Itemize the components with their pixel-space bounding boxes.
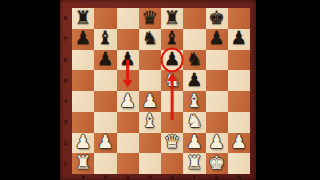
piece-white-pawn-a2: ♟: [75, 133, 92, 152]
square-d1[interactable]: [139, 153, 161, 174]
square-e2[interactable]: ♛: [161, 133, 183, 154]
square-e1[interactable]: [161, 153, 183, 174]
piece-white-pawn-d4: ♟: [142, 92, 159, 111]
file-label-f: f: [183, 174, 205, 180]
square-h4[interactable]: [228, 91, 250, 112]
piece-black-pawn-b6: ♟: [97, 50, 114, 69]
square-g3[interactable]: [206, 112, 228, 133]
square-g2[interactable]: ♟: [206, 133, 228, 154]
square-d6[interactable]: [139, 50, 161, 71]
square-a6[interactable]: [72, 50, 94, 71]
square-e7[interactable]: ♝: [161, 29, 183, 50]
rank-label-7: 7: [60, 36, 71, 42]
square-b4[interactable]: [94, 91, 116, 112]
square-d5[interactable]: [139, 70, 161, 91]
square-g6[interactable]: [206, 50, 228, 71]
piece-black-pawn-e6: ♟: [164, 50, 181, 69]
file-label-h: h: [228, 174, 250, 180]
square-c7[interactable]: [117, 29, 139, 50]
square-h7[interactable]: ♟: [228, 29, 250, 50]
piece-black-bishop-b7: ♝: [97, 29, 114, 48]
square-a2[interactable]: ♟: [72, 133, 94, 154]
rank-label-6: 6: [60, 57, 71, 63]
square-c8[interactable]: [117, 8, 139, 29]
piece-black-bishop-e7: ♝: [164, 29, 181, 48]
square-f3[interactable]: ♞: [183, 112, 205, 133]
piece-black-knight-d7: ♞: [142, 29, 159, 48]
square-h5[interactable]: [228, 70, 250, 91]
letterbox-left: [0, 0, 60, 180]
square-b8[interactable]: [94, 8, 116, 29]
file-label-e: e: [161, 174, 183, 180]
square-g1[interactable]: ♚: [206, 153, 228, 174]
piece-white-pawn-f2: ♟: [186, 133, 203, 152]
square-c3[interactable]: [117, 112, 139, 133]
square-a1[interactable]: ♜: [72, 153, 94, 174]
square-e4[interactable]: [161, 91, 183, 112]
square-h6[interactable]: [228, 50, 250, 71]
square-b3[interactable]: [94, 112, 116, 133]
square-f5[interactable]: ♟: [183, 70, 205, 91]
rank-label-4: 4: [60, 98, 71, 104]
piece-black-knight-f6: ♞: [186, 50, 203, 69]
square-d4[interactable]: ♟: [139, 91, 161, 112]
piece-black-pawn-g7: ♟: [208, 29, 225, 48]
square-f7[interactable]: [183, 29, 205, 50]
square-c4[interactable]: ♟: [117, 91, 139, 112]
piece-white-bishop-d3: ♝: [142, 112, 159, 131]
square-d3[interactable]: ♝: [139, 112, 161, 133]
square-d2[interactable]: [139, 133, 161, 154]
square-h8[interactable]: [228, 8, 250, 29]
square-h3[interactable]: [228, 112, 250, 133]
square-b6[interactable]: ♟: [94, 50, 116, 71]
piece-white-pawn-h2: ♟: [231, 133, 248, 152]
square-b2[interactable]: ♟: [94, 133, 116, 154]
square-c5[interactable]: [117, 70, 139, 91]
file-label-g: g: [206, 174, 228, 180]
square-b5[interactable]: [94, 70, 116, 91]
square-g7[interactable]: ♟: [206, 29, 228, 50]
rank-label-2: 2: [60, 140, 71, 146]
square-c2[interactable]: [117, 133, 139, 154]
square-g5[interactable]: [206, 70, 228, 91]
square-a3[interactable]: [72, 112, 94, 133]
square-f6[interactable]: ♞: [183, 50, 205, 71]
square-b7[interactable]: ♝: [94, 29, 116, 50]
piece-white-knight-f3: ♞: [186, 112, 203, 131]
piece-black-king-g8: ♚: [208, 9, 225, 28]
piece-white-pawn-b2: ♟: [97, 133, 114, 152]
square-c6[interactable]: ♟: [117, 50, 139, 71]
file-label-a: a: [72, 174, 94, 180]
piece-white-pawn-c4: ♟: [119, 92, 136, 111]
square-a7[interactable]: ♟: [72, 29, 94, 50]
square-h2[interactable]: ♟: [228, 133, 250, 154]
piece-white-king-g1: ♚: [208, 154, 225, 173]
board-grid: ♜♛♜♚♟♝♞♝♟♟♟♟♟♞♞♟♟♟♝♝♞♟♟♛♟♟♟♜♜♚: [72, 8, 250, 174]
square-g8[interactable]: ♚: [206, 8, 228, 29]
square-d8[interactable]: ♛: [139, 8, 161, 29]
piece-black-queen-d8: ♛: [142, 9, 159, 28]
square-e5[interactable]: ♞: [161, 70, 183, 91]
square-b1[interactable]: [94, 153, 116, 174]
square-f8[interactable]: [183, 8, 205, 29]
chessboard: ♜♛♜♚♟♝♞♝♟♟♟♟♟♞♞♟♟♟♝♝♞♟♟♛♟♟♟♜♜♚ 87654321a…: [60, 0, 256, 180]
square-d7[interactable]: ♞: [139, 29, 161, 50]
piece-black-pawn-h7: ♟: [231, 29, 248, 48]
piece-white-rook-f1: ♜: [186, 154, 203, 173]
square-c1[interactable]: [117, 153, 139, 174]
square-e8[interactable]: ♜: [161, 8, 183, 29]
file-label-d: d: [139, 174, 161, 180]
letterbox-right: [256, 0, 320, 180]
piece-white-knight-e5: ♞: [164, 71, 181, 90]
square-g4[interactable]: [206, 91, 228, 112]
piece-white-rook-a1: ♜: [75, 154, 92, 173]
square-a5[interactable]: [72, 70, 94, 91]
rank-label-1: 1: [60, 161, 71, 167]
piece-black-pawn-a7: ♟: [75, 29, 92, 48]
square-f2[interactable]: ♟: [183, 133, 205, 154]
piece-black-pawn-c6: ♟: [119, 50, 136, 69]
square-f1[interactable]: ♜: [183, 153, 205, 174]
piece-white-pawn-g2: ♟: [208, 133, 225, 152]
piece-white-bishop-f4: ♝: [186, 92, 203, 111]
piece-black-rook-e8: ♜: [164, 9, 181, 28]
file-label-b: b: [94, 174, 116, 180]
square-a8[interactable]: ♜: [72, 8, 94, 29]
rank-label-5: 5: [60, 78, 71, 84]
square-f4[interactable]: ♝: [183, 91, 205, 112]
square-e3[interactable]: [161, 112, 183, 133]
rank-label-8: 8: [60, 15, 71, 21]
file-label-c: c: [117, 174, 139, 180]
square-a4[interactable]: [72, 91, 94, 112]
square-h1[interactable]: [228, 153, 250, 174]
video-frame: ♜♛♜♚♟♝♞♝♟♟♟♟♟♞♞♟♟♟♝♝♞♟♟♛♟♟♟♜♜♚ 87654321a…: [0, 0, 320, 180]
piece-black-pawn-f5: ♟: [186, 71, 203, 90]
piece-black-rook-a8: ♜: [75, 9, 92, 28]
rank-label-3: 3: [60, 119, 71, 125]
piece-white-queen-e2: ♛: [164, 133, 181, 152]
square-e6[interactable]: ♟: [161, 50, 183, 71]
